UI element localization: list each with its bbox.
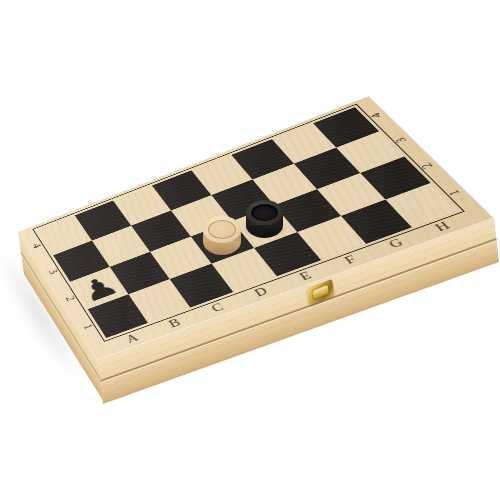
rank-label: 2: [47, 285, 94, 312]
rank-label: 1: [64, 313, 113, 340]
black-checker-e2[interactable]: [246, 200, 283, 240]
white-checker-d2[interactable]: [203, 216, 241, 256]
rank-label: 4: [350, 102, 403, 129]
checker-top: [203, 216, 241, 243]
rank-label: 4: [15, 233, 60, 259]
rank-label: 2: [399, 152, 456, 180]
chess-box-photo: ♟ 4 3 2 1 4 3 2 1: [0, 0, 500, 500]
rank-label: 3: [374, 126, 429, 154]
rank-label: 3: [30, 259, 76, 285]
rank-label: 1: [425, 178, 483, 207]
checker-top: [246, 200, 283, 225]
